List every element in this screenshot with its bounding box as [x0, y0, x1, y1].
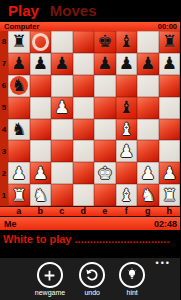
chess-board: 8♜♚♝♜7♟♟♟♟♟♟♟6♞5♟♝4♞♝3♟2♟♟♚♟♟1♜♞♝♞♜	[0, 31, 180, 206]
file-label-e: e	[94, 207, 116, 216]
square-h6[interactable]	[159, 75, 181, 97]
white-king: ♚	[97, 165, 112, 182]
white-knight: ♞	[33, 187, 48, 204]
white-bishop: ♝	[119, 121, 134, 138]
newgame-button[interactable]: newgame	[35, 262, 65, 296]
square-h3[interactable]	[159, 140, 181, 162]
file-label-c: c	[51, 207, 73, 216]
black-king: ♚	[97, 33, 112, 50]
square-d7[interactable]	[73, 53, 95, 75]
white-pawn: ♟	[162, 165, 177, 182]
square-a1[interactable]: ♜	[8, 184, 30, 206]
square-c7[interactable]: ♟	[51, 53, 73, 75]
square-g2[interactable]: ♟	[137, 162, 159, 184]
undo-label: undo	[84, 289, 100, 296]
square-f1[interactable]: ♝	[116, 184, 138, 206]
square-a8[interactable]: ♜	[8, 31, 30, 53]
square-d4[interactable]	[73, 119, 95, 141]
square-g3[interactable]	[137, 140, 159, 162]
square-h7[interactable]: ♟	[159, 53, 181, 75]
black-pawn: ♟	[140, 55, 155, 72]
square-a6[interactable]: ♞	[8, 75, 30, 97]
last-move-from-marker	[32, 33, 50, 51]
black-rook: ♜	[11, 33, 26, 50]
rank-label-6: 6	[0, 75, 8, 97]
rank-label-1: 1	[0, 184, 8, 206]
square-b2[interactable]: ♟	[30, 162, 52, 184]
me-clock: 02:48	[154, 219, 177, 229]
square-d3[interactable]	[73, 140, 95, 162]
square-c6[interactable]	[51, 75, 73, 97]
undo-arrow-icon	[79, 262, 105, 288]
me-label: Me	[4, 219, 17, 229]
square-b3[interactable]	[30, 140, 52, 162]
square-e4[interactable]	[94, 119, 116, 141]
file-label-h: h	[159, 207, 181, 216]
white-pawn: ♟	[11, 165, 26, 182]
square-e5[interactable]	[94, 97, 116, 119]
black-pawn: ♟	[162, 55, 177, 72]
hint-label: hint	[127, 289, 138, 296]
file-label-f: f	[116, 207, 138, 216]
rank-label-2: 2	[0, 162, 8, 184]
square-c1[interactable]	[51, 184, 73, 206]
plus-icon	[37, 262, 63, 288]
white-bishop: ♝	[119, 187, 134, 204]
white-pawn: ♟	[140, 165, 155, 182]
rank-label-8: 8	[0, 31, 8, 53]
square-d6[interactable]	[73, 75, 95, 97]
square-f6[interactable]	[116, 75, 138, 97]
square-e6[interactable]	[94, 75, 116, 97]
square-b5[interactable]	[30, 97, 52, 119]
square-a3[interactable]	[8, 140, 30, 162]
square-f4[interactable]: ♝	[116, 119, 138, 141]
square-c2[interactable]	[51, 162, 73, 184]
square-f7[interactable]: ♟	[116, 53, 138, 75]
white-pawn: ♟	[54, 99, 69, 116]
file-label-b: b	[30, 207, 52, 216]
computer-clock: 00:00	[158, 22, 177, 31]
square-g1[interactable]: ♞	[137, 184, 159, 206]
square-e8[interactable]: ♚	[94, 31, 116, 53]
square-d1[interactable]	[73, 184, 95, 206]
square-f5[interactable]: ♝	[116, 97, 138, 119]
overflow-menu-icon[interactable]: •••	[156, 258, 171, 268]
black-knight: ♞	[11, 77, 26, 94]
square-a7[interactable]: ♟	[8, 53, 30, 75]
status-text: White to play ..........................…	[0, 230, 180, 258]
square-g4[interactable]	[137, 119, 159, 141]
square-f3[interactable]: ♟	[116, 140, 138, 162]
square-g7[interactable]: ♟	[137, 53, 159, 75]
rank-label-4: 4	[0, 119, 8, 141]
undo-button[interactable]: undo	[79, 262, 105, 296]
square-a2[interactable]: ♟	[8, 162, 30, 184]
black-pawn: ♟	[54, 55, 69, 72]
black-knight: ♞	[11, 121, 26, 138]
square-b1[interactable]: ♞	[30, 184, 52, 206]
app-bar: ••• newgame undo hint	[0, 258, 180, 300]
square-e1[interactable]	[94, 184, 116, 206]
square-h4[interactable]	[159, 119, 181, 141]
white-knight: ♞	[140, 187, 155, 204]
computer-clock-bar: Computer 00:00	[0, 22, 180, 31]
square-e7[interactable]: ♟	[94, 53, 116, 75]
square-e2[interactable]: ♚	[94, 162, 116, 184]
me-clock-bar: Me 02:48	[0, 217, 180, 230]
black-bishop: ♝	[119, 33, 134, 50]
square-h1[interactable]: ♜	[159, 184, 181, 206]
square-g5[interactable]	[137, 97, 159, 119]
square-b8[interactable]	[30, 31, 52, 53]
square-h5[interactable]	[159, 97, 181, 119]
square-e3[interactable]	[94, 140, 116, 162]
square-b7[interactable]: ♟	[30, 53, 52, 75]
black-pawn: ♟	[97, 55, 112, 72]
pivot-header: Play Moves	[0, 0, 180, 22]
file-label-a: a	[8, 207, 30, 216]
square-a5[interactable]	[8, 97, 30, 119]
square-f2[interactable]	[116, 162, 138, 184]
chess-app-window: Play Moves Computer 00:00 8♜♚♝♜7♟♟♟♟♟♟♟6…	[0, 0, 180, 300]
tab-moves[interactable]: Moves	[50, 2, 97, 20]
square-c4[interactable]	[51, 119, 73, 141]
lightbulb-icon	[119, 262, 145, 288]
square-g6[interactable]	[137, 75, 159, 97]
black-bishop: ♝	[119, 99, 134, 116]
square-d8[interactable]	[73, 31, 95, 53]
file-label-g: g	[137, 207, 159, 216]
square-d5[interactable]	[73, 97, 95, 119]
white-pawn: ♟	[33, 165, 48, 182]
square-g8[interactable]	[137, 31, 159, 53]
square-c3[interactable]	[51, 140, 73, 162]
square-c8[interactable]	[51, 31, 73, 53]
file-label-d: d	[73, 207, 95, 216]
black-pawn: ♟	[119, 55, 134, 72]
square-b4[interactable]	[30, 119, 52, 141]
white-rook: ♜	[11, 187, 26, 204]
square-f8[interactable]: ♝	[116, 31, 138, 53]
white-rook: ♜	[162, 187, 177, 204]
black-pawn: ♟	[11, 55, 26, 72]
square-h2[interactable]: ♟	[159, 162, 181, 184]
rank-label-3: 3	[0, 140, 8, 162]
black-pawn: ♟	[33, 55, 48, 72]
square-c5[interactable]: ♟	[51, 97, 73, 119]
computer-label: Computer	[4, 22, 39, 31]
square-a4[interactable]: ♞	[8, 119, 30, 141]
white-pawn: ♟	[119, 143, 134, 160]
square-d2[interactable]	[73, 162, 95, 184]
rank-label-5: 5	[0, 97, 8, 119]
file-labels: abcdefgh	[0, 206, 180, 217]
hint-button[interactable]: hint	[119, 262, 145, 296]
newgame-label: newgame	[35, 289, 65, 296]
square-h8[interactable]: ♜	[159, 31, 181, 53]
black-rook: ♜	[162, 33, 177, 50]
square-b6[interactable]	[30, 75, 52, 97]
tab-play[interactable]: Play	[8, 2, 39, 20]
rank-label-7: 7	[0, 53, 8, 75]
